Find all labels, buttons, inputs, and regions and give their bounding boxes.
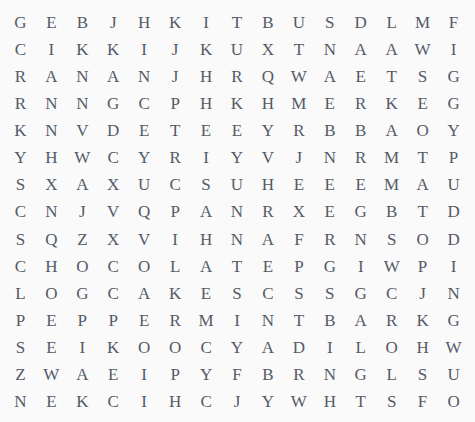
grid-cell[interactable]: O [407, 226, 438, 253]
grid-cell[interactable]: J [98, 9, 129, 36]
grid-cell[interactable]: C [252, 280, 283, 307]
grid-cell[interactable]: P [160, 361, 191, 388]
grid-cell[interactable]: B [345, 117, 376, 144]
grid-cell[interactable]: E [314, 198, 345, 225]
grid-cell[interactable]: E [191, 117, 222, 144]
grid-cell[interactable]: U [438, 361, 469, 388]
grid-cell[interactable]: W [67, 144, 98, 171]
grid-cell[interactable]: M [407, 9, 438, 36]
grid-cell[interactable]: G [67, 280, 98, 307]
grid-cell[interactable]: O [407, 117, 438, 144]
grid-cell[interactable]: A [376, 36, 407, 63]
grid-cell[interactable]: J [222, 388, 253, 415]
grid-cell[interactable]: V [67, 117, 98, 144]
grid-cell[interactable]: N [314, 36, 345, 63]
grid-cell[interactable]: G [5, 9, 36, 36]
grid-cell[interactable]: I [191, 144, 222, 171]
grid-cell[interactable]: Y [222, 334, 253, 361]
grid-cell[interactable]: U [222, 171, 253, 198]
grid-cell[interactable]: C [98, 280, 129, 307]
grid-cell[interactable]: R [5, 90, 36, 117]
grid-cell[interactable]: C [191, 334, 222, 361]
grid-cell[interactable]: R [222, 63, 253, 90]
grid-cell[interactable]: M [283, 90, 314, 117]
grid-cell[interactable]: N [252, 307, 283, 334]
grid-cell[interactable]: F [438, 9, 469, 36]
grid-cell[interactable]: E [252, 253, 283, 280]
grid-cell[interactable]: A [252, 226, 283, 253]
grid-cell[interactable]: B [252, 361, 283, 388]
grid-cell[interactable]: C [98, 388, 129, 415]
grid-cell[interactable]: R [376, 307, 407, 334]
grid-cell[interactable]: E [314, 90, 345, 117]
grid-cell[interactable]: Q [129, 198, 160, 225]
grid-cell[interactable]: S [5, 171, 36, 198]
grid-cell[interactable]: E [36, 9, 67, 36]
grid-cell[interactable]: W [438, 334, 469, 361]
grid-cell[interactable]: Z [67, 226, 98, 253]
grid-cell[interactable]: A [345, 307, 376, 334]
grid-cell[interactable]: H [129, 9, 160, 36]
grid-cell[interactable]: L [376, 361, 407, 388]
grid-cell[interactable]: N [314, 144, 345, 171]
grid-cell[interactable]: Y [5, 144, 36, 171]
grid-cell[interactable]: N [36, 90, 67, 117]
grid-cell[interactable]: C [5, 36, 36, 63]
grid-cell[interactable]: S [376, 388, 407, 415]
grid-cell[interactable]: I [129, 361, 160, 388]
grid-cell[interactable]: F [283, 226, 314, 253]
grid-cell[interactable]: A [67, 361, 98, 388]
grid-cell[interactable]: T [407, 198, 438, 225]
grid-cell[interactable]: C [98, 144, 129, 171]
grid-cell[interactable]: T [376, 63, 407, 90]
grid-cell[interactable]: A [191, 253, 222, 280]
grid-cell[interactable]: H [191, 90, 222, 117]
grid-cell[interactable]: A [252, 334, 283, 361]
grid-cell[interactable]: S [5, 334, 36, 361]
grid-cell[interactable]: E [191, 280, 222, 307]
grid-cell[interactable]: J [283, 144, 314, 171]
grid-cell[interactable]: P [160, 198, 191, 225]
grid-cell[interactable]: L [5, 280, 36, 307]
grid-cell[interactable]: Z [5, 361, 36, 388]
grid-cell[interactable]: H [252, 90, 283, 117]
grid-cell[interactable]: N [345, 226, 376, 253]
grid-cell[interactable]: C [376, 280, 407, 307]
grid-cell[interactable]: N [67, 63, 98, 90]
grid-cell[interactable]: K [376, 90, 407, 117]
grid-cell[interactable]: F [222, 361, 253, 388]
grid-cell[interactable]: C [191, 388, 222, 415]
grid-cell[interactable]: W [36, 361, 67, 388]
grid-cell[interactable]: E [36, 307, 67, 334]
grid-cell[interactable]: O [67, 253, 98, 280]
grid-cell[interactable]: G [345, 361, 376, 388]
grid-cell[interactable]: A [345, 36, 376, 63]
grid-cell[interactable]: E [129, 307, 160, 334]
grid-cell[interactable]: A [67, 171, 98, 198]
grid-cell[interactable]: W [376, 253, 407, 280]
grid-cell[interactable]: G [98, 90, 129, 117]
grid-cell[interactable]: V [98, 198, 129, 225]
grid-cell[interactable]: C [129, 90, 160, 117]
grid-cell[interactable]: T [222, 9, 253, 36]
grid-cell[interactable]: W [407, 36, 438, 63]
grid-cell[interactable]: P [5, 307, 36, 334]
grid-cell[interactable]: G [314, 253, 345, 280]
grid-cell[interactable]: F [407, 388, 438, 415]
grid-cell[interactable]: E [222, 117, 253, 144]
grid-cell[interactable]: U [129, 171, 160, 198]
grid-cell[interactable]: P [98, 307, 129, 334]
grid-cell[interactable]: E [98, 361, 129, 388]
grid-cell[interactable]: I [129, 36, 160, 63]
grid-cell[interactable]: Y [129, 144, 160, 171]
grid-cell[interactable]: E [345, 171, 376, 198]
grid-cell[interactable]: X [252, 36, 283, 63]
grid-cell[interactable]: N [129, 63, 160, 90]
grid-cell[interactable]: Y [252, 388, 283, 415]
grid-cell[interactable]: M [376, 171, 407, 198]
grid-cell[interactable]: I [314, 334, 345, 361]
grid-cell[interactable]: J [67, 198, 98, 225]
grid-cell[interactable]: Q [252, 63, 283, 90]
grid-cell[interactable]: E [129, 117, 160, 144]
grid-cell[interactable]: S [407, 361, 438, 388]
grid-cell[interactable]: A [376, 117, 407, 144]
grid-cell[interactable]: K [98, 334, 129, 361]
grid-cell[interactable]: A [98, 63, 129, 90]
grid-cell[interactable]: I [438, 253, 469, 280]
grid-cell[interactable]: K [191, 36, 222, 63]
grid-cell[interactable]: B [67, 9, 98, 36]
grid-cell[interactable]: E [36, 388, 67, 415]
grid-cell[interactable]: I [191, 9, 222, 36]
grid-cell[interactable]: S [376, 226, 407, 253]
grid-cell[interactable]: A [191, 198, 222, 225]
grid-cell[interactable]: E [345, 63, 376, 90]
grid-cell[interactable]: U [438, 171, 469, 198]
word-search-grid: GEBJHKITBUSDLMFCIKKIJKUXTNAAWIRANANJHRQW… [5, 9, 469, 415]
grid-cell[interactable]: R [345, 144, 376, 171]
grid-cell[interactable]: O [129, 253, 160, 280]
grid-cell[interactable]: C [5, 253, 36, 280]
grid-cell[interactable]: I [129, 388, 160, 415]
grid-cell[interactable]: K [407, 307, 438, 334]
grid-cell[interactable]: H [191, 63, 222, 90]
grid-cell[interactable]: X [98, 226, 129, 253]
grid-cell[interactable]: T [407, 144, 438, 171]
grid-cell[interactable]: N [314, 361, 345, 388]
grid-cell[interactable]: V [252, 144, 283, 171]
grid-cell[interactable]: S [314, 9, 345, 36]
grid-cell[interactable]: R [283, 117, 314, 144]
grid-cell[interactable]: P [438, 144, 469, 171]
grid-cell[interactable]: S [5, 226, 36, 253]
grid-cell[interactable]: G [345, 198, 376, 225]
grid-cell[interactable]: P [407, 253, 438, 280]
grid-cell[interactable]: D [98, 117, 129, 144]
grid-cell[interactable]: N [222, 226, 253, 253]
grid-cell[interactable]: I [36, 36, 67, 63]
grid-cell[interactable]: B [314, 307, 345, 334]
grid-cell[interactable]: K [222, 90, 253, 117]
grid-cell[interactable]: R [314, 226, 345, 253]
grid-cell[interactable]: A [407, 171, 438, 198]
grid-cell[interactable]: O [160, 334, 191, 361]
grid-cell[interactable]: U [283, 9, 314, 36]
grid-cell[interactable]: L [376, 9, 407, 36]
grid-cell[interactable]: M [191, 307, 222, 334]
grid-cell[interactable]: B [376, 198, 407, 225]
grid-cell[interactable]: H [191, 226, 222, 253]
grid-cell[interactable]: D [345, 9, 376, 36]
grid-cell[interactable]: H [36, 253, 67, 280]
grid-cell[interactable]: E [407, 90, 438, 117]
grid-cell[interactable]: O [438, 388, 469, 415]
grid-cell[interactable]: J [407, 280, 438, 307]
grid-cell[interactable]: R [252, 198, 283, 225]
grid-cell[interactable]: Y [191, 361, 222, 388]
grid-cell[interactable]: H [407, 334, 438, 361]
grid-cell[interactable]: H [160, 388, 191, 415]
grid-cell[interactable]: K [67, 388, 98, 415]
grid-cell[interactable]: Y [252, 117, 283, 144]
grid-cell[interactable]: I [222, 307, 253, 334]
grid-cell[interactable]: X [283, 198, 314, 225]
grid-cell[interactable]: H [252, 171, 283, 198]
word-search-page: GEBJHKITBUSDLMFCIKKIJKUXTNAAWIRANANJHRQW… [0, 0, 475, 422]
grid-cell[interactable]: E [314, 171, 345, 198]
grid-cell[interactable]: M [376, 144, 407, 171]
grid-cell[interactable]: I [67, 334, 98, 361]
grid-cell[interactable]: W [283, 388, 314, 415]
grid-cell[interactable]: D [438, 226, 469, 253]
grid-cell[interactable]: R [5, 63, 36, 90]
grid-cell[interactable]: N [438, 280, 469, 307]
grid-cell[interactable]: N [222, 198, 253, 225]
grid-cell[interactable]: A [314, 63, 345, 90]
grid-cell[interactable]: A [36, 63, 67, 90]
grid-cell[interactable]: C [98, 253, 129, 280]
grid-cell[interactable]: P [283, 253, 314, 280]
grid-cell[interactable]: X [36, 171, 67, 198]
grid-cell[interactable]: S [222, 280, 253, 307]
grid-cell[interactable]: I [160, 226, 191, 253]
grid-cell[interactable]: Y [438, 117, 469, 144]
grid-cell[interactable]: C [160, 171, 191, 198]
grid-cell[interactable]: S [191, 171, 222, 198]
grid-cell[interactable]: P [67, 307, 98, 334]
grid-cell[interactable]: G [438, 63, 469, 90]
grid-cell[interactable]: R [160, 144, 191, 171]
grid-cell[interactable]: K [67, 36, 98, 63]
grid-cell[interactable]: V [129, 226, 160, 253]
grid-cell[interactable]: J [160, 36, 191, 63]
grid-cell[interactable]: W [283, 63, 314, 90]
grid-cell[interactable]: J [160, 63, 191, 90]
grid-cell[interactable]: B [252, 9, 283, 36]
grid-cell[interactable]: G [438, 90, 469, 117]
grid-cell[interactable]: S [407, 63, 438, 90]
grid-cell[interactable]: N [36, 198, 67, 225]
grid-cell[interactable]: K [160, 280, 191, 307]
grid-cell[interactable]: D [283, 334, 314, 361]
grid-cell[interactable]: O [376, 334, 407, 361]
grid-cell[interactable]: I [438, 36, 469, 63]
grid-cell[interactable]: O [36, 280, 67, 307]
grid-cell[interactable]: G [438, 307, 469, 334]
grid-cell[interactable]: I [345, 253, 376, 280]
grid-cell[interactable]: G [345, 280, 376, 307]
grid-cell[interactable]: K [5, 117, 36, 144]
grid-cell[interactable]: P [160, 90, 191, 117]
grid-cell[interactable]: T [283, 36, 314, 63]
grid-cell[interactable]: Q [36, 226, 67, 253]
grid-cell[interactable]: S [314, 280, 345, 307]
grid-cell[interactable]: T [160, 117, 191, 144]
grid-cell[interactable]: E [36, 334, 67, 361]
grid-cell[interactable]: K [98, 36, 129, 63]
grid-cell[interactable]: S [283, 280, 314, 307]
grid-cell[interactable]: H [36, 144, 67, 171]
grid-cell[interactable]: T [283, 307, 314, 334]
grid-cell[interactable]: B [314, 117, 345, 144]
grid-cell[interactable]: D [438, 198, 469, 225]
grid-cell[interactable]: R [345, 90, 376, 117]
grid-cell[interactable]: N [36, 117, 67, 144]
grid-cell[interactable]: N [67, 90, 98, 117]
grid-cell[interactable]: O [129, 334, 160, 361]
grid-cell[interactable]: C [5, 198, 36, 225]
grid-cell[interactable]: E [283, 171, 314, 198]
grid-cell[interactable]: L [160, 253, 191, 280]
grid-cell[interactable]: K [160, 9, 191, 36]
grid-cell[interactable]: N [5, 388, 36, 415]
grid-cell[interactable]: U [222, 36, 253, 63]
grid-cell[interactable]: L [345, 334, 376, 361]
grid-cell[interactable]: H [314, 388, 345, 415]
grid-cell[interactable]: A [129, 280, 160, 307]
grid-cell[interactable]: Y [222, 144, 253, 171]
grid-cell[interactable]: T [222, 253, 253, 280]
grid-cell[interactable]: R [160, 307, 191, 334]
grid-cell[interactable]: X [98, 171, 129, 198]
grid-cell[interactable]: T [345, 388, 376, 415]
grid-cell[interactable]: R [283, 361, 314, 388]
